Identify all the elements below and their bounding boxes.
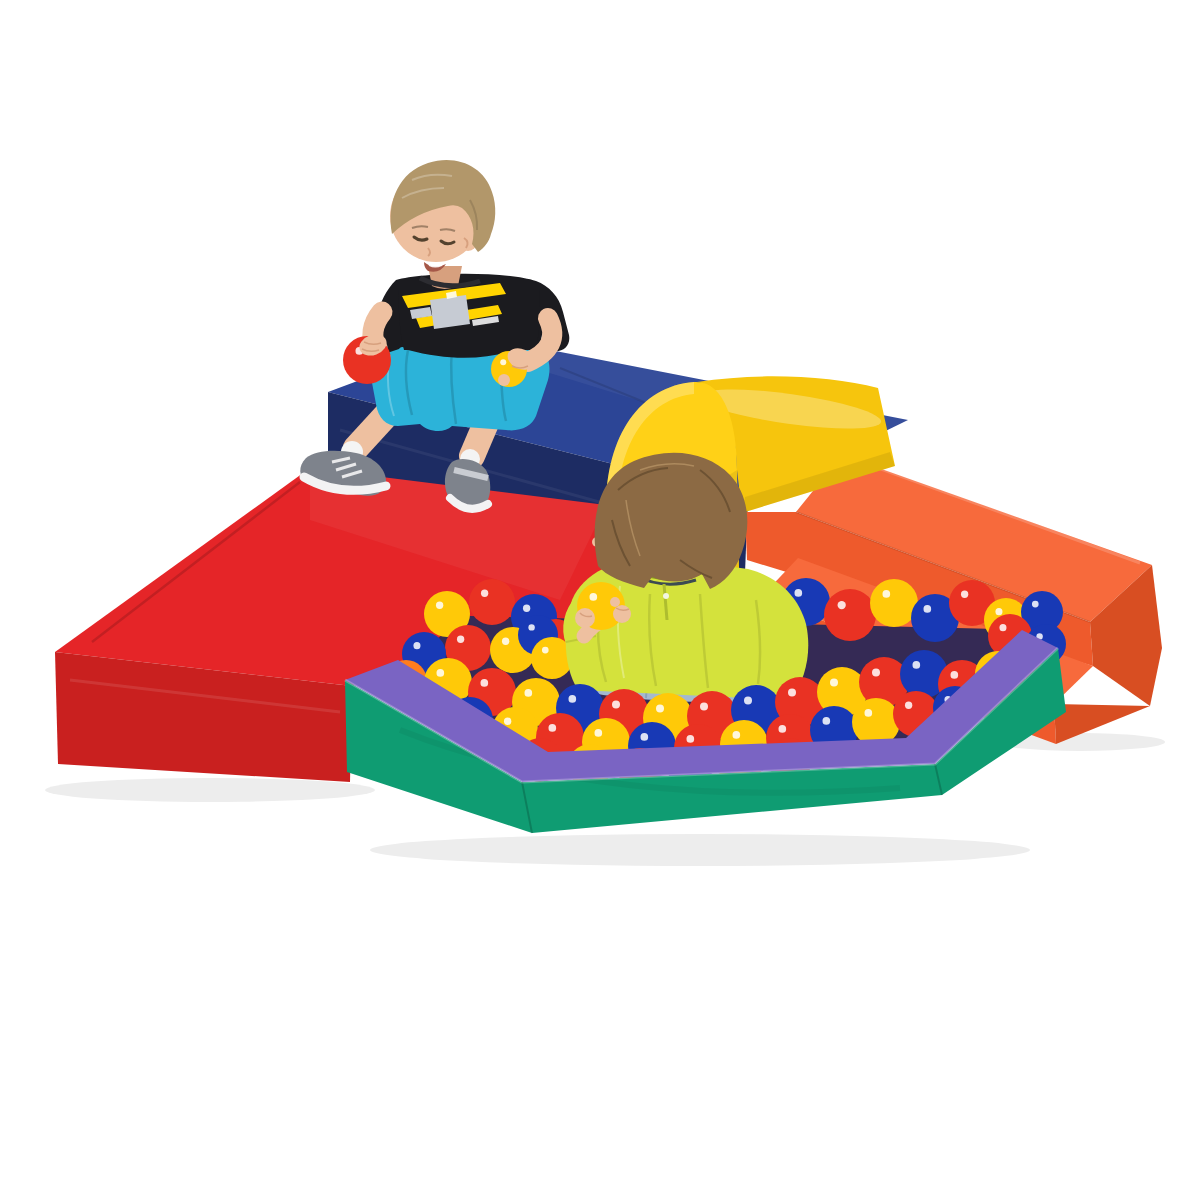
- ball-highlight: [788, 689, 796, 697]
- ball-highlight: [523, 605, 530, 612]
- ball-highlight: [778, 725, 786, 733]
- soft-play-climber-photo: [0, 0, 1200, 1199]
- ball-highlight: [794, 589, 802, 597]
- toddler-button: [663, 593, 669, 599]
- ball-highlight: [481, 590, 488, 597]
- ball-highlight: [686, 735, 694, 743]
- ball-highlight: [912, 661, 920, 669]
- ball-highlight: [822, 717, 830, 725]
- ball-highlight: [502, 638, 509, 645]
- boy-right-thumb: [498, 374, 510, 386]
- ball-highlight: [594, 729, 602, 737]
- ball-highlight: [542, 647, 549, 654]
- ball-highlight: [864, 709, 872, 717]
- ball-highlight: [961, 591, 968, 598]
- ball-highlight: [640, 733, 648, 741]
- ball-highlight: [744, 697, 752, 705]
- ball-highlight: [548, 724, 556, 732]
- shadow-under-wedge: [45, 778, 375, 802]
- toddler-right-hand: [613, 605, 631, 623]
- ball-highlight: [838, 601, 846, 609]
- ball-highlight: [923, 605, 931, 613]
- ball-highlight: [480, 679, 488, 687]
- ball-highlight: [830, 679, 838, 687]
- play-ball-red: [469, 579, 515, 625]
- ball-highlight: [500, 359, 506, 365]
- shadow-under-pit: [370, 834, 1030, 866]
- ball-highlight: [905, 702, 912, 709]
- ball-highlight: [995, 608, 1002, 615]
- ball-highlight: [882, 590, 890, 598]
- product-photo-stage: [0, 0, 1200, 1199]
- ball-highlight: [700, 703, 708, 711]
- ball-highlight: [436, 669, 444, 677]
- ball-highlight: [436, 602, 443, 609]
- ball-highlight: [524, 689, 532, 697]
- ball-highlight: [950, 671, 958, 679]
- ball-highlight: [1032, 601, 1039, 608]
- ball-highlight: [999, 624, 1006, 631]
- toddler-left-hand: [575, 608, 595, 628]
- ball-highlight: [528, 624, 534, 630]
- ball-highlight: [732, 731, 740, 739]
- play-ball-yellow: [870, 579, 918, 627]
- toddler-hair: [595, 453, 748, 589]
- ball-highlight: [589, 593, 597, 601]
- ball-highlight: [568, 695, 576, 703]
- toddler-thumb: [610, 597, 620, 607]
- ball-highlight: [872, 669, 880, 677]
- ball-highlight: [656, 705, 664, 713]
- ball-highlight: [504, 718, 511, 725]
- play-ball-red: [824, 589, 876, 641]
- ball-highlight: [612, 701, 620, 709]
- ball-highlight: [413, 642, 420, 649]
- ball-highlight: [457, 636, 464, 643]
